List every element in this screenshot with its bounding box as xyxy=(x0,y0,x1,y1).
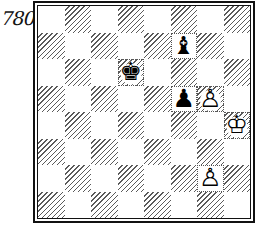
square-b8 xyxy=(65,6,92,33)
square-h8 xyxy=(224,6,251,33)
square-f4 xyxy=(171,112,198,139)
square-f8 xyxy=(171,6,198,33)
square-d7 xyxy=(118,33,145,60)
square-a4 xyxy=(38,112,65,139)
square-e8 xyxy=(144,6,171,33)
square-g7 xyxy=(197,33,224,60)
square-h3 xyxy=(224,139,251,166)
square-e6 xyxy=(144,59,171,86)
square-f7: ♝ xyxy=(171,33,198,60)
square-a1 xyxy=(38,192,65,219)
square-d6: ♚ xyxy=(118,59,145,86)
square-c8 xyxy=(91,6,118,33)
square-a6 xyxy=(38,59,65,86)
square-h6 xyxy=(224,59,251,86)
black-pawn: ♟ xyxy=(173,86,195,113)
square-b2 xyxy=(65,165,92,192)
square-e5 xyxy=(144,86,171,113)
square-a2 xyxy=(38,165,65,192)
square-a7 xyxy=(38,33,65,60)
square-g5: ♙ xyxy=(197,86,224,113)
square-c7 xyxy=(91,33,118,60)
square-c5 xyxy=(91,86,118,113)
square-d2 xyxy=(118,165,145,192)
square-g8 xyxy=(197,6,224,33)
square-g4 xyxy=(197,112,224,139)
square-d4 xyxy=(118,112,145,139)
square-f2 xyxy=(171,165,198,192)
square-f1 xyxy=(171,192,198,219)
square-b3 xyxy=(65,139,92,166)
square-a5 xyxy=(38,86,65,113)
square-e1 xyxy=(144,192,171,219)
square-e7 xyxy=(144,33,171,60)
square-e3 xyxy=(144,139,171,166)
square-b6 xyxy=(65,59,92,86)
square-c4 xyxy=(91,112,118,139)
square-f6 xyxy=(171,59,198,86)
white-king: ♔ xyxy=(226,112,248,139)
white-pawn: ♙ xyxy=(199,165,221,192)
square-b4 xyxy=(65,112,92,139)
square-d1 xyxy=(118,192,145,219)
black-king: ♚ xyxy=(120,59,142,86)
square-c3 xyxy=(91,139,118,166)
white-pawn: ♙ xyxy=(199,86,221,113)
diagram-number-label: 780 xyxy=(0,7,32,29)
square-h2 xyxy=(224,165,251,192)
chess-diagram-page: 780 ♝♚♟♙♔♙ xyxy=(0,0,260,226)
square-c6 xyxy=(91,59,118,86)
square-c2 xyxy=(91,165,118,192)
square-a3 xyxy=(38,139,65,166)
square-d8 xyxy=(118,6,145,33)
square-g2: ♙ xyxy=(197,165,224,192)
square-e2 xyxy=(144,165,171,192)
board-frame: ♝♚♟♙♔♙ xyxy=(33,1,255,223)
square-c1 xyxy=(91,192,118,219)
square-g1 xyxy=(197,192,224,219)
black-bishop: ♝ xyxy=(173,33,195,60)
square-a8 xyxy=(38,6,65,33)
square-d3 xyxy=(118,139,145,166)
square-d5 xyxy=(118,86,145,113)
square-e4 xyxy=(144,112,171,139)
square-g6 xyxy=(197,59,224,86)
square-b1 xyxy=(65,192,92,219)
chess-board: ♝♚♟♙♔♙ xyxy=(38,6,250,218)
square-h1 xyxy=(224,192,251,219)
board-inner-frame: ♝♚♟♙♔♙ xyxy=(37,5,251,219)
square-b7 xyxy=(65,33,92,60)
square-b5 xyxy=(65,86,92,113)
square-h5 xyxy=(224,86,251,113)
square-h7 xyxy=(224,33,251,60)
square-f3 xyxy=(171,139,198,166)
square-f5: ♟ xyxy=(171,86,198,113)
square-g3 xyxy=(197,139,224,166)
square-h4: ♔ xyxy=(224,112,251,139)
